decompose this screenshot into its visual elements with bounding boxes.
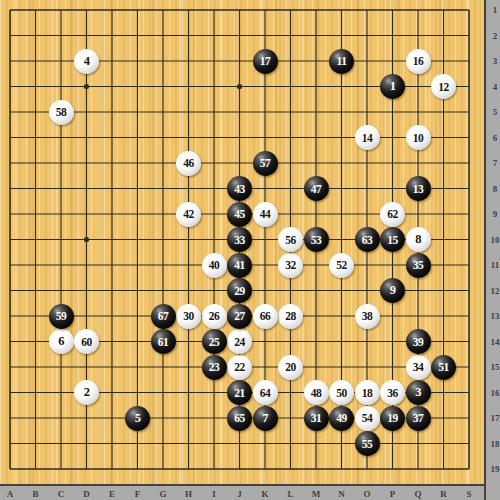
stone-white-8: 8 xyxy=(406,227,431,252)
stone-black-63: 63 xyxy=(355,227,380,252)
stone-black-11: 11 xyxy=(329,49,354,74)
column-label-E: E xyxy=(109,489,115,499)
stone-white-46: 46 xyxy=(176,151,201,176)
stone-white-22: 22 xyxy=(227,355,252,380)
stone-black-21: 21 xyxy=(227,380,252,405)
stone-white-2: 2 xyxy=(74,380,99,405)
stone-white-30: 30 xyxy=(176,304,201,329)
stone-black-17: 17 xyxy=(253,49,278,74)
stone-white-16: 16 xyxy=(406,49,431,74)
stone-black-41: 41 xyxy=(227,253,252,278)
row-label-7: 7 xyxy=(493,158,498,168)
stone-black-35: 35 xyxy=(406,253,431,278)
stone-black-15: 15 xyxy=(380,227,405,252)
stone-white-14: 14 xyxy=(355,125,380,150)
row-label-8: 8 xyxy=(493,184,498,194)
stone-white-50: 50 xyxy=(329,380,354,405)
stone-black-57: 57 xyxy=(253,151,278,176)
column-label-P: P xyxy=(390,489,396,499)
column-label-strip: ABCDEFGHIJKLMNOPQRS xyxy=(0,484,484,500)
stone-black-53: 53 xyxy=(304,227,329,252)
stone-white-28: 28 xyxy=(278,304,303,329)
stone-white-24: 24 xyxy=(227,329,252,354)
stone-black-7: 7 xyxy=(253,406,278,431)
stone-black-65: 65 xyxy=(227,406,252,431)
row-label-3: 3 xyxy=(493,56,498,66)
stone-black-39: 39 xyxy=(406,329,431,354)
column-label-M: M xyxy=(312,489,321,499)
stone-white-54: 54 xyxy=(355,406,380,431)
stone-white-62: 62 xyxy=(380,202,405,227)
column-label-H: H xyxy=(185,489,192,499)
stone-black-43: 43 xyxy=(227,176,252,201)
row-label-5: 5 xyxy=(493,107,498,117)
stone-black-23: 23 xyxy=(202,355,227,380)
stone-white-4: 4 xyxy=(74,49,99,74)
stone-white-18: 18 xyxy=(355,380,380,405)
stone-white-42: 42 xyxy=(176,202,201,227)
stone-white-26: 26 xyxy=(202,304,227,329)
column-label-L: L xyxy=(287,489,293,499)
row-label-18: 18 xyxy=(491,439,500,449)
stone-white-66: 66 xyxy=(253,304,278,329)
stone-white-44: 44 xyxy=(253,202,278,227)
stone-black-67: 67 xyxy=(151,304,176,329)
column-label-A: A xyxy=(7,489,14,499)
stone-white-60: 60 xyxy=(74,329,99,354)
column-label-I: I xyxy=(212,489,216,499)
stone-black-13: 13 xyxy=(406,176,431,201)
column-label-G: G xyxy=(159,489,166,499)
column-label-F: F xyxy=(135,489,141,499)
stone-white-64: 64 xyxy=(253,380,278,405)
stone-black-1: 1 xyxy=(380,74,405,99)
go-kifu-diagram: 1234567891011121314151617181920212223242… xyxy=(0,0,500,500)
star-point xyxy=(237,84,242,89)
stone-white-56: 56 xyxy=(278,227,303,252)
stone-black-61: 61 xyxy=(151,329,176,354)
column-label-O: O xyxy=(363,489,370,499)
stone-white-6: 6 xyxy=(49,329,74,354)
stone-black-5: 5 xyxy=(125,406,150,431)
row-label-1: 1 xyxy=(493,5,498,15)
stone-black-3: 3 xyxy=(406,380,431,405)
stone-white-20: 20 xyxy=(278,355,303,380)
column-label-B: B xyxy=(32,489,38,499)
row-label-9: 9 xyxy=(493,209,498,219)
star-point xyxy=(84,237,89,242)
stone-black-33: 33 xyxy=(227,227,252,252)
column-label-S: S xyxy=(466,489,471,499)
column-label-R: R xyxy=(440,489,447,499)
stone-white-10: 10 xyxy=(406,125,431,150)
stone-black-29: 29 xyxy=(227,278,252,303)
row-label-16: 16 xyxy=(491,388,500,398)
stone-white-58: 58 xyxy=(49,100,74,125)
go-board[interactable]: 1234567891011121314151617181920212223242… xyxy=(0,0,484,484)
column-label-D: D xyxy=(83,489,90,499)
column-label-J: J xyxy=(237,489,242,499)
stone-black-59: 59 xyxy=(49,304,74,329)
stone-black-55: 55 xyxy=(355,431,380,456)
row-label-12: 12 xyxy=(491,286,500,296)
stone-black-19: 19 xyxy=(380,406,405,431)
stone-black-51: 51 xyxy=(431,355,456,380)
row-label-11: 11 xyxy=(491,260,500,270)
stone-black-9: 9 xyxy=(380,278,405,303)
star-point xyxy=(84,84,89,89)
stone-black-25: 25 xyxy=(202,329,227,354)
column-label-N: N xyxy=(338,489,345,499)
row-label-10: 10 xyxy=(491,235,500,245)
row-label-strip: 12345678910111213141516171819 xyxy=(484,0,500,500)
column-label-Q: Q xyxy=(414,489,421,499)
column-label-K: K xyxy=(261,489,268,499)
row-label-2: 2 xyxy=(493,31,498,41)
row-label-13: 13 xyxy=(491,311,500,321)
stone-black-49: 49 xyxy=(329,406,354,431)
stone-white-34: 34 xyxy=(406,355,431,380)
row-label-6: 6 xyxy=(493,133,498,143)
row-label-15: 15 xyxy=(491,362,500,372)
stone-black-37: 37 xyxy=(406,406,431,431)
stone-white-48: 48 xyxy=(304,380,329,405)
stone-black-45: 45 xyxy=(227,202,252,227)
stone-white-38: 38 xyxy=(355,304,380,329)
stone-white-12: 12 xyxy=(431,74,456,99)
stone-black-27: 27 xyxy=(227,304,252,329)
stone-black-31: 31 xyxy=(304,406,329,431)
row-label-19: 19 xyxy=(491,464,500,474)
column-label-C: C xyxy=(58,489,65,499)
stone-white-36: 36 xyxy=(380,380,405,405)
stone-white-40: 40 xyxy=(202,253,227,278)
row-label-17: 17 xyxy=(491,413,500,423)
row-label-14: 14 xyxy=(491,337,500,347)
row-label-4: 4 xyxy=(493,82,498,92)
stone-white-52: 52 xyxy=(329,253,354,278)
stone-white-32: 32 xyxy=(278,253,303,278)
stone-black-47: 47 xyxy=(304,176,329,201)
